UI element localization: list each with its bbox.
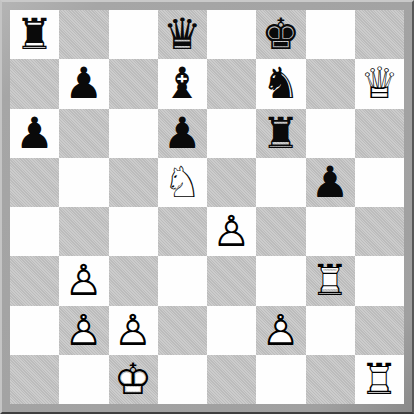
square-e8[interactable]	[207, 10, 256, 59]
piece-black-pawn-g5[interactable]: ♟	[306, 158, 355, 207]
piece-black-king-f8[interactable]: ♚	[256, 10, 305, 59]
square-h6[interactable]	[355, 109, 404, 158]
square-f2[interactable]: ♟♙	[256, 306, 305, 355]
square-a2[interactable]	[10, 306, 59, 355]
white-piece-outline-icon: ♙	[207, 207, 256, 256]
square-g1[interactable]	[306, 355, 355, 404]
square-f1[interactable]	[256, 355, 305, 404]
white-piece-outline-icon: ♘	[158, 158, 207, 207]
square-e1[interactable]	[207, 355, 256, 404]
square-h5[interactable]	[355, 158, 404, 207]
square-b2[interactable]: ♟♙	[59, 306, 108, 355]
piece-black-pawn-d6[interactable]: ♟	[158, 109, 207, 158]
square-b8[interactable]	[59, 10, 108, 59]
square-f5[interactable]	[256, 158, 305, 207]
piece-black-pawn-a6[interactable]: ♟	[10, 109, 59, 158]
black-piece-icon: ♜	[10, 10, 59, 59]
white-piece-outline-icon: ♙	[59, 256, 108, 305]
black-piece-icon: ♛	[158, 10, 207, 59]
square-d4[interactable]	[158, 207, 207, 256]
square-e3[interactable]	[207, 256, 256, 305]
square-f3[interactable]	[256, 256, 305, 305]
square-b7[interactable]: ♟	[59, 59, 108, 108]
square-d1[interactable]	[158, 355, 207, 404]
square-b6[interactable]	[59, 109, 108, 158]
square-a3[interactable]	[10, 256, 59, 305]
square-c7[interactable]	[109, 59, 158, 108]
board-frame: ♜♛♚♟♝♞♛♕♟♟♜♞♘♟♟♙♟♙♜♖♟♙♟♙♟♙♚♔♜♖	[0, 0, 414, 414]
square-c1[interactable]: ♚♔	[109, 355, 158, 404]
black-piece-icon: ♟	[306, 158, 355, 207]
chess-board: ♜♛♚♟♝♞♛♕♟♟♜♞♘♟♟♙♟♙♜♖♟♙♟♙♟♙♚♔♜♖	[10, 10, 404, 404]
square-d2[interactable]	[158, 306, 207, 355]
square-f8[interactable]: ♚	[256, 10, 305, 59]
piece-black-rook-f6[interactable]: ♜	[256, 109, 305, 158]
square-h4[interactable]	[355, 207, 404, 256]
square-e5[interactable]	[207, 158, 256, 207]
piece-black-bishop-d7[interactable]: ♝	[158, 59, 207, 108]
square-c6[interactable]	[109, 109, 158, 158]
piece-white-king-c1[interactable]: ♚♔	[109, 355, 158, 404]
square-a7[interactable]	[10, 59, 59, 108]
piece-black-rook-a8[interactable]: ♜	[10, 10, 59, 59]
square-c8[interactable]	[109, 10, 158, 59]
square-a5[interactable]	[10, 158, 59, 207]
white-piece-outline-icon: ♕	[355, 59, 404, 108]
square-g4[interactable]	[306, 207, 355, 256]
square-a8[interactable]: ♜	[10, 10, 59, 59]
square-e2[interactable]	[207, 306, 256, 355]
black-piece-icon: ♝	[158, 59, 207, 108]
square-c5[interactable]	[109, 158, 158, 207]
black-piece-icon: ♚	[256, 10, 305, 59]
square-b1[interactable]	[59, 355, 108, 404]
square-d8[interactable]: ♛	[158, 10, 207, 59]
square-a1[interactable]	[10, 355, 59, 404]
square-h7[interactable]: ♛♕	[355, 59, 404, 108]
piece-white-rook-h1[interactable]: ♜♖	[355, 355, 404, 404]
square-g5[interactable]: ♟	[306, 158, 355, 207]
piece-white-pawn-c2[interactable]: ♟♙	[109, 306, 158, 355]
white-piece-outline-icon: ♖	[306, 256, 355, 305]
square-a6[interactable]: ♟	[10, 109, 59, 158]
black-piece-icon: ♜	[256, 109, 305, 158]
piece-white-knight-d5[interactable]: ♞♘	[158, 158, 207, 207]
black-piece-icon: ♞	[256, 59, 305, 108]
square-c3[interactable]	[109, 256, 158, 305]
square-g2[interactable]	[306, 306, 355, 355]
piece-black-knight-f7[interactable]: ♞	[256, 59, 305, 108]
square-c4[interactable]	[109, 207, 158, 256]
square-a4[interactable]	[10, 207, 59, 256]
black-piece-icon: ♟	[10, 109, 59, 158]
white-piece-outline-icon: ♔	[109, 355, 158, 404]
square-d7[interactable]: ♝	[158, 59, 207, 108]
black-piece-icon: ♟	[158, 109, 207, 158]
white-piece-outline-icon: ♙	[109, 306, 158, 355]
square-d3[interactable]	[158, 256, 207, 305]
square-h3[interactable]	[355, 256, 404, 305]
square-c2[interactable]: ♟♙	[109, 306, 158, 355]
piece-white-pawn-b2[interactable]: ♟♙	[59, 306, 108, 355]
piece-white-pawn-f2[interactable]: ♟♙	[256, 306, 305, 355]
white-piece-outline-icon: ♖	[355, 355, 404, 404]
piece-white-rook-g3[interactable]: ♜♖	[306, 256, 355, 305]
square-g6[interactable]	[306, 109, 355, 158]
square-f4[interactable]	[256, 207, 305, 256]
square-e4[interactable]: ♟♙	[207, 207, 256, 256]
square-g8[interactable]	[306, 10, 355, 59]
square-e7[interactable]	[207, 59, 256, 108]
square-b5[interactable]	[59, 158, 108, 207]
square-f7[interactable]: ♞	[256, 59, 305, 108]
square-b4[interactable]	[59, 207, 108, 256]
square-d6[interactable]: ♟	[158, 109, 207, 158]
piece-white-pawn-e4[interactable]: ♟♙	[207, 207, 256, 256]
white-piece-outline-icon: ♙	[256, 306, 305, 355]
black-piece-icon: ♟	[59, 59, 108, 108]
square-g3[interactable]: ♜♖	[306, 256, 355, 305]
square-g7[interactable]	[306, 59, 355, 108]
square-b3[interactable]: ♟♙	[59, 256, 108, 305]
square-e6[interactable]	[207, 109, 256, 158]
piece-white-queen-h7[interactable]: ♛♕	[355, 59, 404, 108]
square-h8[interactable]	[355, 10, 404, 59]
piece-white-pawn-b3[interactable]: ♟♙	[59, 256, 108, 305]
square-h1[interactable]: ♜♖	[355, 355, 404, 404]
square-f6[interactable]: ♜	[256, 109, 305, 158]
piece-black-queen-d8[interactable]: ♛	[158, 10, 207, 59]
square-h2[interactable]	[355, 306, 404, 355]
piece-black-pawn-b7[interactable]: ♟	[59, 59, 108, 108]
square-d5[interactable]: ♞♘	[158, 158, 207, 207]
white-piece-outline-icon: ♙	[59, 306, 108, 355]
